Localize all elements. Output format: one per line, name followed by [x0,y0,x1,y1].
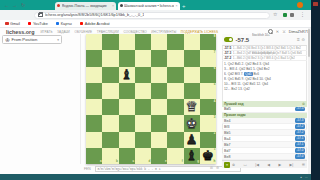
moves-text: 8. Qe1 Bd5 9. Qd2 Be4 10. Qb4 [224,77,271,81]
move-eval-badge: -57.0 [295,154,305,158]
bookmark-item[interactable]: Gmail [5,22,20,26]
board-square-a8[interactable] [86,34,102,50]
engine-header: -57.5 Stockfish 10+ в вашем браузере ≣ ⚙ [222,34,307,46]
board-square-h2[interactable]: 2 [200,132,216,148]
desktop-edge [311,0,320,180]
board-settings-icon[interactable]: ⊞ [210,166,213,170]
board-coordinate: 6 [214,67,216,70]
toolbar-icon[interactable]: |◀ [255,162,259,168]
bookmark-favicon [28,22,32,26]
board-square-a4[interactable] [86,99,102,115]
board-square-c7[interactable] [119,50,135,66]
line-eval: -57.3 [224,51,231,55]
browser-profile-avatar[interactable] [297,2,303,8]
windows-taskbar [0,174,320,180]
board-square-d3[interactable] [135,115,151,131]
bookmark-favicon [80,22,84,26]
king-icon: ♔ [5,36,10,44]
piece-black-king[interactable]: ♚ [200,148,216,164]
nav-item[interactable]: ЗАДАЧИ [57,30,70,34]
move-row[interactable]: 12... Be2 13. Qd2 [224,87,305,92]
reload-icon[interactable]: ↻ [21,2,25,8]
board-square-d2[interactable] [135,132,151,148]
tab-favicon [57,4,60,7]
browser-menu-icon[interactable]: ⋮ [300,11,305,17]
toolbar-icon[interactable]: ☰ [302,162,305,168]
toolbar-icon[interactable]: ▭ [243,162,246,168]
current-move[interactable]: Qd1 [244,72,252,76]
board-square-h6[interactable]: 6 [200,67,216,83]
board-square-c2[interactable] [119,132,135,148]
setup-label: From Position [11,37,57,42]
bookmark-favicon [5,22,9,26]
toolbar-icons: ⊗▭|◀◀▶▶|☰ [232,162,305,168]
piece-white-queen[interactable]: ♛ [184,99,200,115]
board-square-c5[interactable] [119,83,135,99]
line-moves: 1...Bd5 2.Qf4 Be4 3.Qc1 Bf3 4.Qb2 Bd1 5.… [233,46,301,50]
board-square-e3[interactable] [151,115,167,131]
board-square-h4[interactable]: 4 [200,99,216,115]
board-square-e4[interactable] [151,99,167,115]
gear-icon[interactable]: ⚙ [302,37,305,42]
divider [80,34,81,164]
move-eval-badge: -57.3 [295,118,305,122]
engine-toggle[interactable] [224,37,233,42]
chevron-down-icon: ▾ [57,38,59,42]
board-square-b8[interactable] [102,34,118,50]
moves-text: 6. Qd2 Bf3 7. [224,72,244,76]
piece-black-bishop[interactable]: ♝ [119,67,135,83]
engine-button[interactable]: ≡ [224,162,230,168]
nav-item[interactable]: ТРАНСЛЯЦИИ [97,30,119,34]
board-square-d5[interactable] [135,83,151,99]
board-square-b1[interactable]: b [102,148,118,164]
board-square-f1[interactable]: f [167,148,183,164]
board-square-a1[interactable]: a [86,148,102,164]
bookmark-star-icon[interactable]: ☆ [273,11,277,17]
nav-item[interactable]: ИГРАТЬ [40,30,52,34]
site-logo[interactable]: lichess.org [6,29,34,35]
bookmark-label: YouTube [33,22,48,26]
tab-close-icon[interactable]: × [112,4,114,8]
board-square-b6[interactable] [102,67,118,83]
board-coordinate: 5 [214,83,216,86]
move-san: Bb7 [224,143,295,147]
board-square-f6[interactable] [167,67,183,83]
board-square-e2[interactable] [151,132,167,148]
board-coordinate: 4 [214,100,216,103]
board-coordinate: 3 [214,116,216,119]
board-coordinate: 8 [214,35,216,38]
move-eval-badge: -57.1 [295,136,305,140]
board-square-b5[interactable] [102,83,118,99]
move-eval-badge: -57.1 [295,142,305,146]
tab-title: Яндекс.Почта — входящие [62,4,111,8]
bookmark-item[interactable]: Карты [56,22,72,26]
board-square-d8[interactable] [135,34,151,50]
move-san: Ba4 [224,137,295,141]
board-square-f8[interactable] [167,34,183,50]
position-setup-select[interactable]: ♔ From Position ▾ [2,35,62,44]
move-san: Be4 [224,119,295,123]
engine-lines: -57.5 1...Bd5 2.Qf4 Be4 3.Qc1 Bf3 4.Qb2 … [222,46,307,61]
browser-tab-1[interactable]: Яндекс.Почта — входящие × [55,2,116,11]
board-square-a3[interactable] [86,115,102,131]
bookmark-label: Adobe Acrobat [85,22,110,26]
bookmark-item[interactable]: YouTube [28,22,48,26]
board-square-d6[interactable] [135,67,151,83]
board-square-a7[interactable] [86,50,102,66]
browser-tab-2[interactable]: Шахматный анализ • lichess.org × [118,2,180,11]
evaluation-value: -57.5 [236,37,250,43]
bookmark-label: Gmail [10,22,20,26]
board-square-e5[interactable] [151,83,167,99]
board-square-e7[interactable] [151,50,167,66]
board-square-b3[interactable] [102,115,118,131]
lock-icon [38,13,43,18]
move-san: Bf3 [224,125,295,129]
nav-item[interactable]: ИНСТРУМЕНТЫ [151,30,176,34]
line-eval: -57.2 [224,56,231,60]
moves-text: 3... Bf3 4. Qd2 Bd1 5. Qb4 Be2 [224,67,270,71]
chess-board: 8765432abcdefg1h♝♛♚♟♝♚ [86,34,216,164]
board-square-h5[interactable]: 5 [200,83,216,99]
board-square-g6[interactable] [184,67,200,83]
piece-white-king[interactable]: ♚ [184,115,200,131]
fen-label: FEN [84,167,91,171]
engine-name: Stockfish 10+ [252,33,270,37]
lines-icon[interactable]: ≣ [296,37,299,42]
extension-icon[interactable] [283,13,287,17]
board-square-d7[interactable] [135,50,151,66]
board-square-h8[interactable]: 8 [200,34,216,50]
board-square-a5[interactable] [86,83,102,99]
board-square-f7[interactable] [167,50,183,66]
forward-icon[interactable]: → [12,2,17,8]
piece-black-bishop[interactable]: ♝ [184,148,200,164]
scrollbar-thumb[interactable] [308,29,310,57]
back-icon[interactable]: ← [4,2,9,8]
line-moves: 1...Bb5 2.Qf4 Be2 3.Qc7 Bf3 4.Qc1 Ba4 5.… [233,56,295,60]
piece-black-pawn[interactable]: ♟ [184,132,200,148]
url-field[interactable]: lichess.org/analysis/8/8/2b5/8/6Q1/6K1/6… [34,12,270,19]
tab-favicon [120,4,123,7]
board-square-g7[interactable] [184,50,200,66]
board-square-c1[interactable]: c [119,148,135,164]
bookmark-item[interactable]: Adobe Acrobat [80,22,110,26]
nav-item[interactable]: ОБУЧЕНИЕ [74,30,92,34]
main-nav: ИГРАТЬЗАДАЧИОБУЧЕНИЕТРАНСЛЯЦИИСООБЩЕСТВО… [40,30,176,34]
board-square-g8[interactable] [184,34,200,50]
moves-text: 10... Bf3 11. Qd2 Bd1 12. Qb4 [224,82,268,86]
bookmark-label: Карты [61,22,72,26]
move-eval-badge: -57.2 [295,130,305,134]
tab-close-icon[interactable]: × [175,4,177,8]
board-square-c3[interactable] [119,115,135,131]
line-moves: 1...Be4 2.Qd7 Bf3 3.Qd6 Bb7 4.Qe7 Ba8 5.… [233,51,302,55]
toolbar-icon[interactable]: ⊗ [232,162,235,168]
move-eval-badge: -57.2 [295,124,305,128]
board-square-c4[interactable] [119,99,135,115]
board-square-b2[interactable] [102,132,118,148]
board-square-b7[interactable] [102,50,118,66]
line-eval: -57.5 [224,46,231,50]
moves-text: 12... Be2 13. Qd2 [224,87,250,91]
system-tray: ▴ ⋯ [300,175,308,180]
board-square-f5[interactable] [167,83,183,99]
move-eval-badge: -57.0 [295,148,305,152]
close-icon[interactable]: ⊗ [302,102,305,106]
bookmark-favicon [56,22,60,26]
toolbar-icon[interactable]: ▶| [290,162,294,168]
board-square-g5[interactable] [184,83,200,99]
board-square-d4[interactable] [135,99,151,115]
url-text: lichess.org/analysis/8/8/2b5/8/6Q1/6K1/6… [45,13,145,17]
move-list: 1. Qe2 Bd5 2. Qd2 Be4 3. Qb4 3... Bf3 4.… [222,61,307,101]
move-san: Bb5 [224,131,295,135]
desktop-window-fragment [313,2,318,7]
gear-icon[interactable]: ⚙ [216,166,219,170]
new-tab-button[interactable]: + [182,2,186,10]
tray-arrow-icon[interactable]: ▴ [300,175,302,180]
board-square-a2[interactable] [86,132,102,148]
extension-icon[interactable] [290,13,294,17]
move-san: Be8 [224,155,295,159]
board-square-f3[interactable] [167,115,183,131]
board-square-d1[interactable]: d [135,148,151,164]
board-square-h3[interactable]: 3 [200,115,216,131]
board-coordinate: 2 [214,132,216,135]
moves-text: 1. Qe2 Bd5 2. Qd2 Be4 3. Qb4 [224,62,269,66]
best-move-header-label: Лучший ход [224,102,302,106]
board-square-c8[interactable] [119,34,135,50]
move-san: Bd7 [224,149,295,153]
analysis-toolbar: ≡ ⊗▭|◀◀▶▶|☰ [222,160,307,168]
other-moves-list: Be4 -57.3 Bf3 -57.2 Bb5 -57.2 Ba4 -57.1 … [222,118,307,160]
tab-title: Шахматный анализ • lichess.org [124,4,174,8]
board-square-f2[interactable] [167,132,183,148]
board-square-h7[interactable]: 7 [200,50,216,66]
toolbar-icon[interactable]: ◀ [267,162,270,168]
board-square-a6[interactable] [86,67,102,83]
toolbar-icon[interactable]: ▶ [278,162,281,168]
board-square-f4[interactable] [167,99,183,115]
browser-tab-bar: Яндекс.Почта — входящие × Шахматный анал… [0,0,320,10]
screen: Яндекс.Почта — входящие × Шахматный анал… [0,0,320,180]
nav-item-donate[interactable]: ПОДДЕРЖАТЬ LICHESS [181,30,218,34]
board-coordinate: 7 [214,51,216,54]
nav-item[interactable]: СООБЩЕСТВО [123,30,146,34]
best-move-eval-badge: -57.5 [295,107,305,111]
board-square-e1[interactable]: e [151,148,167,164]
moves-text: Bc6 [253,72,260,76]
board-square-e8[interactable] [151,34,167,50]
other-moves-header-label: Прочие ходы [224,113,305,117]
best-move-san: Bd5 [224,107,295,111]
tray-more-icon: ⋯ [305,175,308,180]
board-square-e6[interactable] [151,67,167,83]
board-square-b4[interactable] [102,99,118,115]
